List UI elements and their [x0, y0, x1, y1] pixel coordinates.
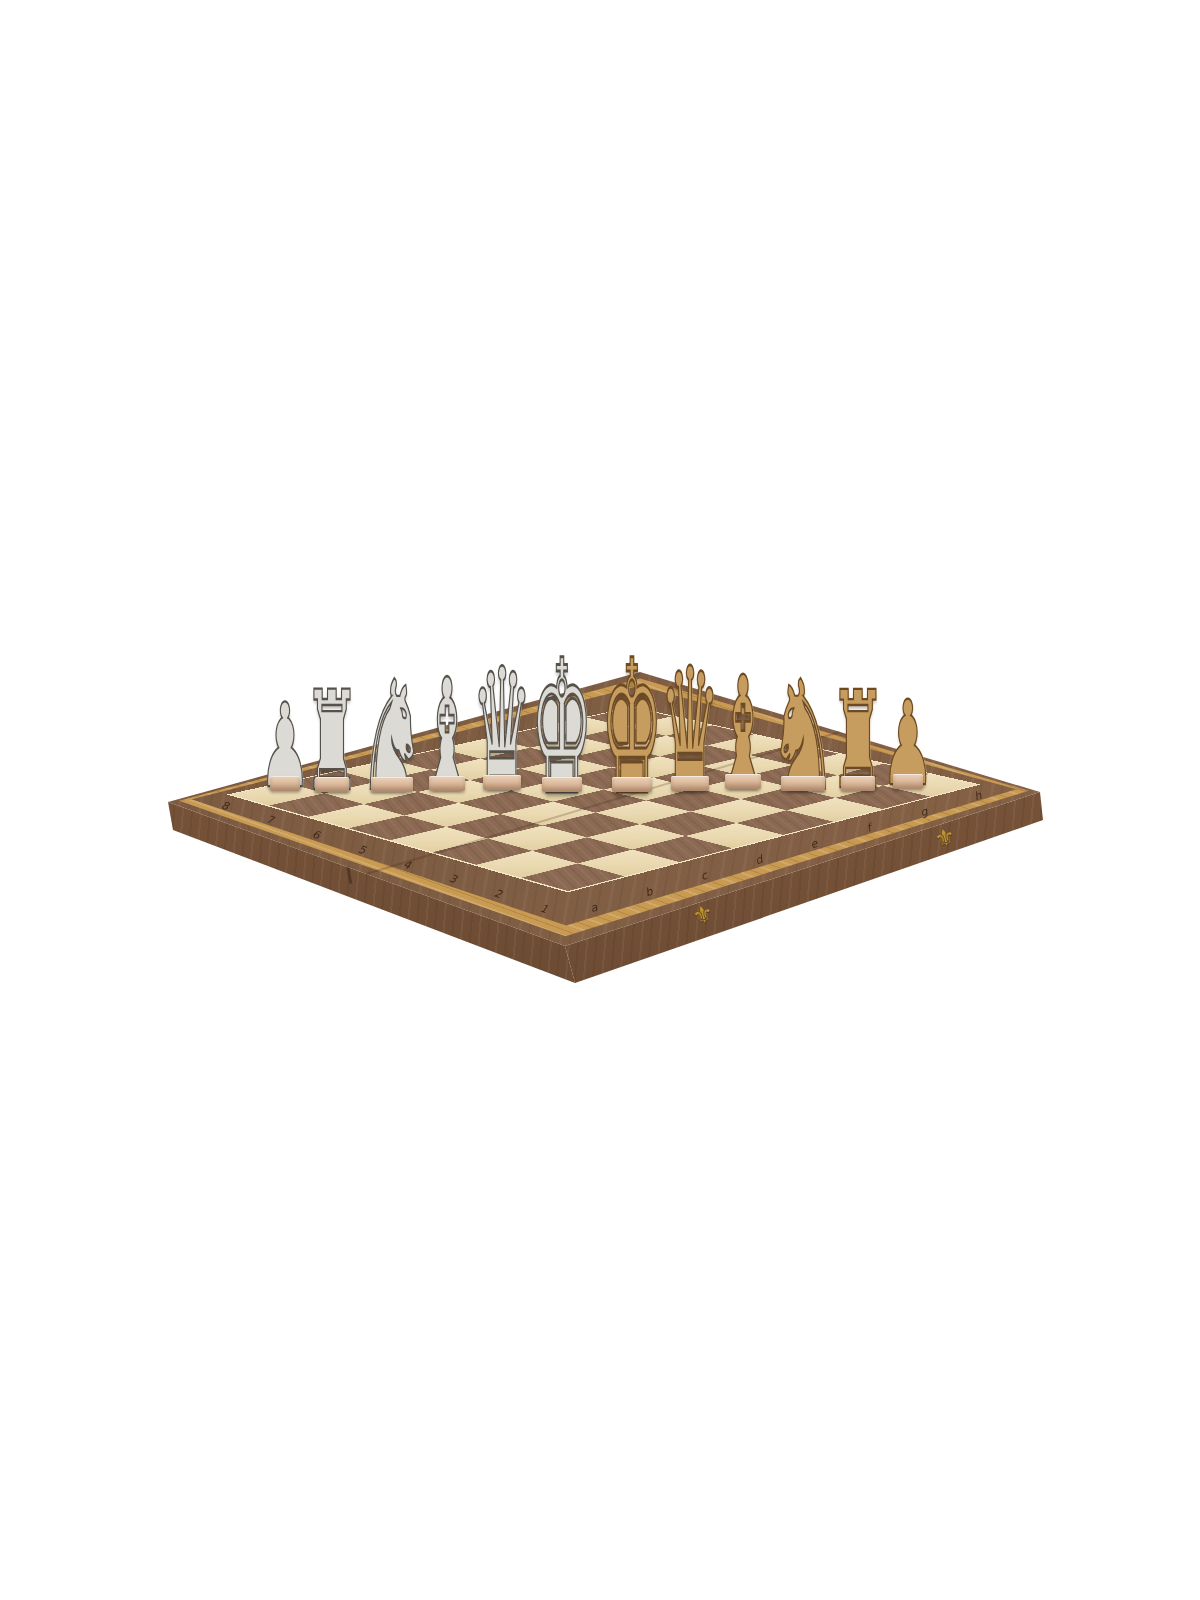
piece-base	[893, 774, 923, 789]
piece-base	[429, 776, 465, 791]
piece-base	[781, 776, 825, 791]
piece-base	[315, 777, 349, 792]
pieces-layer: ♟♜♞♝♛♚♚♛♝♞♜♟	[0, 0, 1200, 1600]
piece-base	[725, 774, 761, 789]
piece-base	[671, 776, 709, 791]
piece-base	[841, 776, 875, 791]
king-glyph: ♚	[531, 635, 594, 821]
piece-base	[270, 776, 300, 791]
king-glyph: ♚	[601, 635, 664, 821]
piece-base	[483, 775, 521, 790]
piece-base	[542, 777, 582, 792]
chess-set-product-photo: 8a7b6c5d4e3f2g1h ⚜⚜ ♟♜♞♝♛♚♚♛♝♞♜♟	[0, 0, 1200, 1600]
piece-base	[612, 777, 652, 792]
piece-base	[371, 777, 413, 792]
